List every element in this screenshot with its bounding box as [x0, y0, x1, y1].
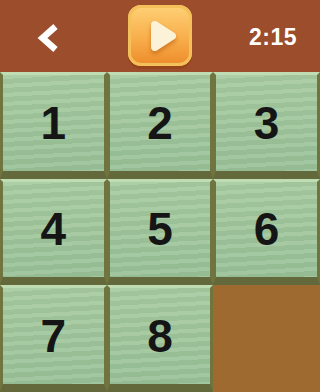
top-bar: 2:15	[0, 0, 320, 72]
back-button[interactable]	[36, 23, 62, 53]
tile-8[interactable]: 8	[107, 285, 214, 392]
puzzle-board: 1 2 3 4 5 6 7 8	[0, 72, 320, 392]
empty-cell	[213, 285, 320, 392]
tile-7[interactable]: 7	[0, 285, 107, 392]
play-button[interactable]	[128, 5, 192, 66]
play-icon	[142, 17, 179, 55]
tile-5[interactable]: 5	[107, 179, 214, 286]
tile-2[interactable]: 2	[107, 72, 214, 179]
timer: 2:15	[249, 0, 297, 74]
tile-4[interactable]: 4	[0, 179, 107, 286]
tile-1[interactable]: 1	[0, 72, 107, 179]
tile-6[interactable]: 6	[213, 179, 320, 286]
tile-3[interactable]: 3	[213, 72, 320, 179]
puzzle-app: 2:15 1 2 3 4 5 6 7 8	[0, 0, 320, 392]
chevron-left-icon	[36, 23, 62, 53]
